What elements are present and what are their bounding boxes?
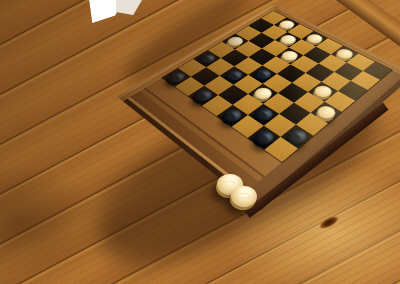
tray-white-piece[interactable]: ⛀ (231, 186, 257, 207)
scene: ⛀⛀⛀⛀⛀⛀⛀⛂⛀⛂⛂⛀⛂⛂⛂⛂⛂⛂ ⛀⛀ (0, 0, 400, 284)
